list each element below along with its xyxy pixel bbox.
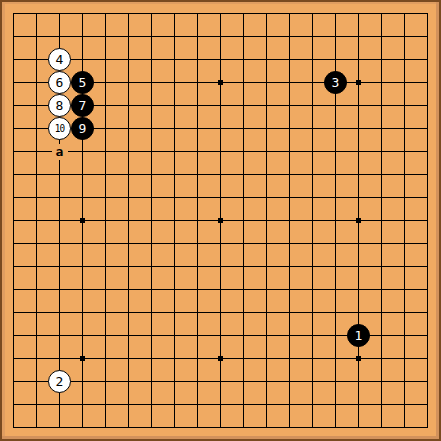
move-number: 5 bbox=[79, 76, 87, 89]
stone-black-5: 5 bbox=[71, 71, 94, 94]
go-board: 12345678910a bbox=[0, 0, 441, 441]
move-number: 7 bbox=[79, 99, 87, 112]
point-label-a: a bbox=[52, 144, 68, 160]
move-number: 8 bbox=[56, 99, 64, 112]
move-number: 2 bbox=[56, 375, 64, 388]
stone-black-3: 3 bbox=[324, 71, 347, 94]
stone-black-1: 1 bbox=[347, 324, 370, 347]
stone-black-9: 9 bbox=[71, 117, 94, 140]
board-grid: 12345678910a bbox=[2, 2, 439, 439]
move-number: 1 bbox=[355, 329, 363, 342]
stone-white-2: 2 bbox=[48, 370, 71, 393]
move-number: 4 bbox=[56, 53, 64, 66]
move-number: 6 bbox=[56, 76, 64, 89]
stone-white-10: 10 bbox=[48, 117, 71, 140]
move-number: 3 bbox=[332, 76, 340, 89]
move-number: 9 bbox=[79, 122, 87, 135]
stone-white-6: 6 bbox=[48, 71, 71, 94]
stone-white-4: 4 bbox=[48, 48, 71, 71]
stone-white-8: 8 bbox=[48, 94, 71, 117]
move-number: 10 bbox=[55, 123, 65, 134]
stone-black-7: 7 bbox=[71, 94, 94, 117]
